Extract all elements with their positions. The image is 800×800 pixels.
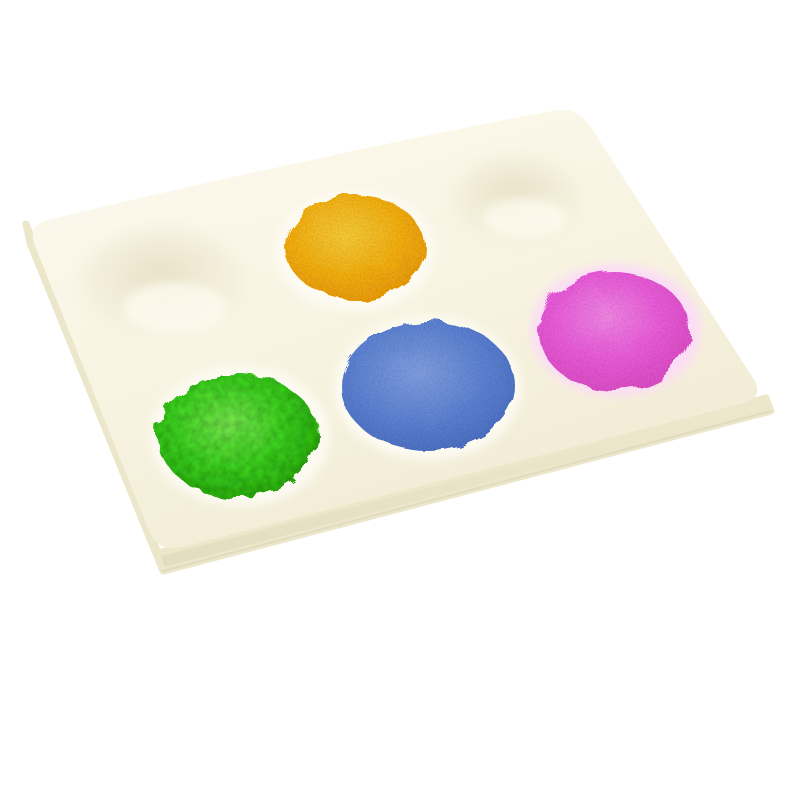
well-back-middle [275,191,435,311]
well-back-left-highlight [123,282,227,334]
well-front-left [150,366,330,506]
pigment-yellow [285,195,425,299]
palette-tray [26,110,771,571]
palette-photo [0,0,800,800]
pigment-green [158,374,318,498]
well-back-right [449,156,585,248]
well-front-middle [334,316,522,460]
well-front-right [531,264,701,396]
photo-stage [0,0,800,800]
well-back-right-highlight [483,198,567,238]
pigment-blue [341,321,515,451]
pigment-pink [538,272,690,390]
well-back-left [78,228,250,344]
